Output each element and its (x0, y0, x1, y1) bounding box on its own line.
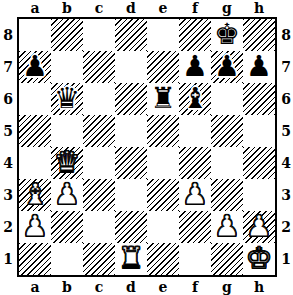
square-f1[interactable] (179, 243, 211, 275)
square-d8[interactable] (115, 19, 147, 51)
file-label-top-c: c (83, 0, 115, 16)
square-d4[interactable] (115, 147, 147, 179)
rank-label-left-1: 1 (0, 251, 16, 267)
file-label-top-f: f (179, 0, 211, 16)
rank-label-right-5: 5 (278, 123, 293, 139)
file-label-bottom-g: g (211, 279, 243, 295)
square-f5[interactable] (179, 115, 211, 147)
square-h8[interactable] (243, 19, 275, 51)
square-g4[interactable] (211, 147, 243, 179)
square-b8[interactable] (51, 19, 83, 51)
piece-white-bishop: ♝ (19, 179, 51, 211)
piece-black-rook: ♜ (147, 83, 179, 115)
square-b4[interactable]: ♛ (51, 147, 83, 179)
rank-label-right-3: 3 (278, 187, 293, 203)
rank-label-right-8: 8 (278, 27, 293, 43)
piece-white-king: ♚ (243, 243, 275, 275)
chess-board: ♚♟♟♟♟♛♜♝♛♝♟♟♟♟♟♜♚ (17, 17, 277, 277)
piece-white-pawn: ♟ (243, 211, 275, 243)
square-a4[interactable] (19, 147, 51, 179)
square-a7[interactable]: ♟ (19, 51, 51, 83)
square-h5[interactable] (243, 115, 275, 147)
square-h1[interactable]: ♚ (243, 243, 275, 275)
square-g1[interactable] (211, 243, 243, 275)
square-e4[interactable] (147, 147, 179, 179)
rank-label-left-6: 6 (0, 91, 16, 107)
square-d1[interactable]: ♜ (115, 243, 147, 275)
piece-white-pawn: ♟ (51, 179, 83, 211)
square-b1[interactable] (51, 243, 83, 275)
square-g5[interactable] (211, 115, 243, 147)
rank-label-left-5: 5 (0, 123, 16, 139)
piece-white-pawn: ♟ (19, 211, 51, 243)
piece-black-bishop: ♝ (179, 83, 211, 115)
square-e6[interactable]: ♜ (147, 83, 179, 115)
square-c8[interactable] (83, 19, 115, 51)
square-a3[interactable]: ♝ (19, 179, 51, 211)
piece-white-pawn: ♟ (179, 179, 211, 211)
file-label-top-d: d (115, 0, 147, 16)
rank-label-right-7: 7 (278, 59, 293, 75)
square-f2[interactable] (179, 211, 211, 243)
square-c3[interactable] (83, 179, 115, 211)
square-h4[interactable] (243, 147, 275, 179)
square-f8[interactable] (179, 19, 211, 51)
square-g2[interactable]: ♟ (211, 211, 243, 243)
file-label-top-g: g (211, 0, 243, 16)
square-e2[interactable] (147, 211, 179, 243)
file-label-top-a: a (19, 0, 51, 16)
square-c1[interactable] (83, 243, 115, 275)
square-g3[interactable] (211, 179, 243, 211)
piece-white-queen: ♛ (51, 147, 83, 179)
square-b5[interactable] (51, 115, 83, 147)
square-e7[interactable] (147, 51, 179, 83)
file-label-bottom-f: f (179, 279, 211, 295)
rank-label-left-4: 4 (0, 155, 16, 171)
square-b6[interactable]: ♛ (51, 83, 83, 115)
square-c2[interactable] (83, 211, 115, 243)
square-e3[interactable] (147, 179, 179, 211)
rank-label-left-7: 7 (0, 59, 16, 75)
piece-white-rook: ♜ (115, 243, 147, 275)
rank-label-left-3: 3 (0, 187, 16, 203)
file-label-bottom-a: a (19, 279, 51, 295)
square-a5[interactable] (19, 115, 51, 147)
square-d3[interactable] (115, 179, 147, 211)
square-a8[interactable] (19, 19, 51, 51)
square-d2[interactable] (115, 211, 147, 243)
rank-label-right-1: 1 (278, 251, 293, 267)
rank-label-left-2: 2 (0, 219, 16, 235)
square-f7[interactable]: ♟ (179, 51, 211, 83)
square-f4[interactable] (179, 147, 211, 179)
piece-black-pawn: ♟ (19, 51, 51, 83)
square-h6[interactable] (243, 83, 275, 115)
square-h7[interactable]: ♟ (243, 51, 275, 83)
square-b3[interactable]: ♟ (51, 179, 83, 211)
square-g6[interactable] (211, 83, 243, 115)
chess-diagram: ♚♟♟♟♟♛♜♝♛♝♟♟♟♟♟♜♚ aabbccddeeffgghh887766… (0, 0, 293, 295)
square-e5[interactable] (147, 115, 179, 147)
square-h2[interactable]: ♟ (243, 211, 275, 243)
square-h3[interactable] (243, 179, 275, 211)
square-c4[interactable] (83, 147, 115, 179)
square-a6[interactable] (19, 83, 51, 115)
rank-label-right-6: 6 (278, 91, 293, 107)
file-label-top-h: h (243, 0, 275, 16)
square-f6[interactable]: ♝ (179, 83, 211, 115)
square-c5[interactable] (83, 115, 115, 147)
piece-black-king: ♚ (211, 19, 243, 51)
piece-white-pawn: ♟ (211, 211, 243, 243)
square-g8[interactable]: ♚ (211, 19, 243, 51)
piece-black-pawn: ♟ (243, 51, 275, 83)
piece-black-pawn: ♟ (179, 51, 211, 83)
square-b7[interactable] (51, 51, 83, 83)
square-f3[interactable]: ♟ (179, 179, 211, 211)
rank-label-right-2: 2 (278, 219, 293, 235)
square-d6[interactable] (115, 83, 147, 115)
square-a2[interactable]: ♟ (19, 211, 51, 243)
piece-black-queen: ♛ (51, 83, 83, 115)
square-d7[interactable] (115, 51, 147, 83)
square-g7[interactable]: ♟ (211, 51, 243, 83)
piece-black-pawn: ♟ (211, 51, 243, 83)
file-label-bottom-c: c (83, 279, 115, 295)
square-e8[interactable] (147, 19, 179, 51)
file-label-top-b: b (51, 0, 83, 16)
file-label-bottom-e: e (147, 279, 179, 295)
square-c7[interactable] (83, 51, 115, 83)
square-e1[interactable] (147, 243, 179, 275)
file-label-bottom-b: b (51, 279, 83, 295)
rank-label-left-8: 8 (0, 27, 16, 43)
square-d5[interactable] (115, 115, 147, 147)
rank-label-right-4: 4 (278, 155, 293, 171)
square-b2[interactable] (51, 211, 83, 243)
square-a1[interactable] (19, 243, 51, 275)
square-c6[interactable] (83, 83, 115, 115)
file-label-bottom-d: d (115, 279, 147, 295)
file-label-top-e: e (147, 0, 179, 16)
file-label-bottom-h: h (243, 279, 275, 295)
